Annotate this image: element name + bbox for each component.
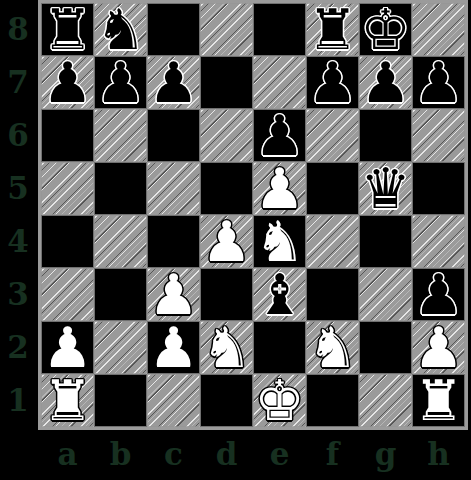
square-e5[interactable]: ♟ xyxy=(253,162,306,215)
black-queen-piece[interactable]: ♛ xyxy=(360,162,410,215)
square-c7[interactable]: ♟ xyxy=(147,56,200,109)
square-g2[interactable] xyxy=(359,321,412,374)
file-label-c: c xyxy=(147,430,200,478)
white-king-piece[interactable]: ♚ xyxy=(254,374,304,427)
black-pawn-piece[interactable]: ♟ xyxy=(413,268,463,321)
file-label-g: g xyxy=(359,430,412,478)
rank-label-4: 4 xyxy=(0,215,36,268)
square-d3[interactable] xyxy=(200,268,253,321)
rank-label-2: 2 xyxy=(0,321,36,374)
white-pawn-piece[interactable]: ♟ xyxy=(148,321,198,374)
square-a8[interactable]: ♜ xyxy=(41,3,94,56)
square-b7[interactable]: ♟ xyxy=(94,56,147,109)
white-pawn-piece[interactable]: ♟ xyxy=(148,268,198,321)
square-h3[interactable]: ♟ xyxy=(412,268,465,321)
board-frame: ♜♞♜♚♟♟♟♟♟♟♟♟♛♟♞♟♝♟♟♟♞♞♟♜♚♜ xyxy=(38,0,468,430)
black-pawn-piece[interactable]: ♟ xyxy=(95,56,145,109)
square-a1[interactable]: ♜ xyxy=(41,374,94,427)
white-knight-piece[interactable]: ♞ xyxy=(307,321,357,374)
square-c2[interactable]: ♟ xyxy=(147,321,200,374)
square-f3[interactable] xyxy=(306,268,359,321)
chess-board[interactable]: ♜♞♜♚♟♟♟♟♟♟♟♟♛♟♞♟♝♟♟♟♞♞♟♜♚♜ xyxy=(41,3,465,427)
black-pawn-piece[interactable]: ♟ xyxy=(360,56,410,109)
square-g4[interactable] xyxy=(359,215,412,268)
square-d6[interactable] xyxy=(200,109,253,162)
square-a4[interactable] xyxy=(41,215,94,268)
square-g7[interactable]: ♟ xyxy=(359,56,412,109)
square-c4[interactable] xyxy=(147,215,200,268)
rank-label-5: 5 xyxy=(0,162,36,215)
black-pawn-piece[interactable]: ♟ xyxy=(148,56,198,109)
rank-label-6: 6 xyxy=(0,109,36,162)
white-knight-piece[interactable]: ♞ xyxy=(254,215,304,268)
square-d8[interactable] xyxy=(200,3,253,56)
square-h6[interactable] xyxy=(412,109,465,162)
square-e7[interactable] xyxy=(253,56,306,109)
square-h5[interactable] xyxy=(412,162,465,215)
square-d4[interactable]: ♟ xyxy=(200,215,253,268)
white-knight-piece[interactable]: ♞ xyxy=(201,321,251,374)
square-h8[interactable] xyxy=(412,3,465,56)
square-f5[interactable] xyxy=(306,162,359,215)
black-knight-piece[interactable]: ♞ xyxy=(95,3,145,56)
square-c6[interactable] xyxy=(147,109,200,162)
square-c3[interactable]: ♟ xyxy=(147,268,200,321)
black-bishop-piece[interactable]: ♝ xyxy=(254,268,304,321)
file-label-h: h xyxy=(412,430,465,478)
square-h4[interactable] xyxy=(412,215,465,268)
square-f7[interactable]: ♟ xyxy=(306,56,359,109)
square-c5[interactable] xyxy=(147,162,200,215)
square-b5[interactable] xyxy=(94,162,147,215)
square-d7[interactable] xyxy=(200,56,253,109)
file-label-d: d xyxy=(200,430,253,478)
square-a3[interactable] xyxy=(41,268,94,321)
square-g5[interactable]: ♛ xyxy=(359,162,412,215)
square-h2[interactable]: ♟ xyxy=(412,321,465,374)
rank-label-7: 7 xyxy=(0,56,36,109)
square-d2[interactable]: ♞ xyxy=(200,321,253,374)
square-f1[interactable] xyxy=(306,374,359,427)
square-c8[interactable] xyxy=(147,3,200,56)
black-pawn-piece[interactable]: ♟ xyxy=(307,56,357,109)
square-g6[interactable] xyxy=(359,109,412,162)
file-label-f: f xyxy=(306,430,359,478)
white-pawn-piece[interactable]: ♟ xyxy=(42,321,92,374)
square-e6[interactable]: ♟ xyxy=(253,109,306,162)
file-labels: abcdefgh xyxy=(41,430,465,480)
black-rook-piece[interactable]: ♜ xyxy=(307,3,357,56)
square-a5[interactable] xyxy=(41,162,94,215)
black-pawn-piece[interactable]: ♟ xyxy=(254,109,304,162)
square-b8[interactable]: ♞ xyxy=(94,3,147,56)
rank-label-8: 8 xyxy=(0,3,36,56)
square-e4[interactable]: ♞ xyxy=(253,215,306,268)
square-f8[interactable]: ♜ xyxy=(306,3,359,56)
square-g3[interactable] xyxy=(359,268,412,321)
square-c1[interactable] xyxy=(147,374,200,427)
white-rook-piece[interactable]: ♜ xyxy=(413,374,463,427)
square-d5[interactable] xyxy=(200,162,253,215)
black-pawn-piece[interactable]: ♟ xyxy=(413,56,463,109)
file-label-a: a xyxy=(41,430,94,478)
white-pawn-piece[interactable]: ♟ xyxy=(201,215,251,268)
black-king-piece[interactable]: ♚ xyxy=(360,3,410,56)
square-a7[interactable]: ♟ xyxy=(41,56,94,109)
black-pawn-piece[interactable]: ♟ xyxy=(42,56,92,109)
chess-app-window: 87654321 ♜♞♜♚♟♟♟♟♟♟♟♟♛♟♞♟♝♟♟♟♞♞♟♜♚♜ abcd… xyxy=(0,0,471,480)
square-b2[interactable] xyxy=(94,321,147,374)
rank-label-3: 3 xyxy=(0,268,36,321)
white-rook-piece[interactable]: ♜ xyxy=(42,374,92,427)
square-a6[interactable] xyxy=(41,109,94,162)
rank-labels: 87654321 xyxy=(0,3,38,427)
square-e3[interactable]: ♝ xyxy=(253,268,306,321)
file-label-b: b xyxy=(94,430,147,478)
rank-label-1: 1 xyxy=(0,374,36,427)
black-rook-piece[interactable]: ♜ xyxy=(42,3,92,56)
square-g8[interactable]: ♚ xyxy=(359,3,412,56)
square-f2[interactable]: ♞ xyxy=(306,321,359,374)
square-e2[interactable] xyxy=(253,321,306,374)
square-h7[interactable]: ♟ xyxy=(412,56,465,109)
square-d1[interactable] xyxy=(200,374,253,427)
square-b6[interactable] xyxy=(94,109,147,162)
square-b3[interactable] xyxy=(94,268,147,321)
file-label-e: e xyxy=(253,430,306,478)
square-b1[interactable] xyxy=(94,374,147,427)
square-g1[interactable] xyxy=(359,374,412,427)
square-h1[interactable]: ♜ xyxy=(412,374,465,427)
square-a2[interactable]: ♟ xyxy=(41,321,94,374)
white-pawn-piece[interactable]: ♟ xyxy=(254,162,304,215)
square-b4[interactable] xyxy=(94,215,147,268)
white-pawn-piece[interactable]: ♟ xyxy=(413,321,463,374)
square-e1[interactable]: ♚ xyxy=(253,374,306,427)
square-f6[interactable] xyxy=(306,109,359,162)
square-e8[interactable] xyxy=(253,3,306,56)
square-f4[interactable] xyxy=(306,215,359,268)
